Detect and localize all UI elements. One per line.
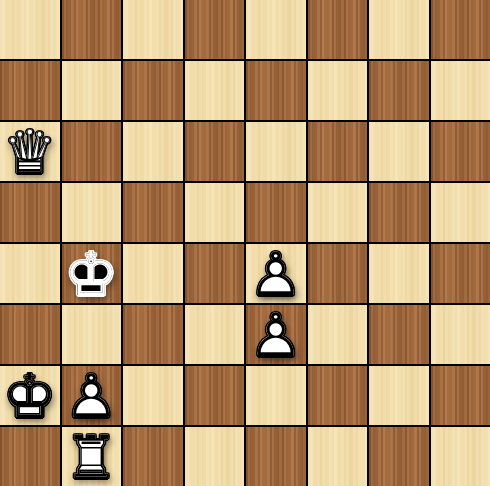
square-f7[interactable]: [308, 61, 368, 120]
square-b8[interactable]: [62, 0, 122, 59]
white-rook[interactable]: ♜♖: [62, 427, 122, 486]
square-d6[interactable]: [185, 122, 245, 181]
square-g4[interactable]: [369, 244, 429, 303]
square-f6[interactable]: [308, 122, 368, 181]
white-rook-glyph-outline: ♖: [62, 427, 122, 486]
white-queen-glyph-outline: ♕: [0, 122, 60, 181]
square-a7[interactable]: [0, 61, 60, 120]
square-d8[interactable]: [185, 0, 245, 59]
square-h4[interactable]: [431, 244, 490, 303]
square-e1[interactable]: [246, 427, 306, 486]
square-g2[interactable]: [369, 366, 429, 425]
white-queen[interactable]: ♛♕: [0, 122, 60, 181]
square-f8[interactable]: [308, 0, 368, 59]
square-d4[interactable]: [185, 244, 245, 303]
square-f1[interactable]: [308, 427, 368, 486]
square-c1[interactable]: [123, 427, 183, 486]
square-b3[interactable]: [62, 305, 122, 364]
square-d3[interactable]: [185, 305, 245, 364]
square-c2[interactable]: [123, 366, 183, 425]
square-a5[interactable]: [0, 183, 60, 242]
white-pawn[interactable]: ♟♙: [62, 366, 122, 425]
square-c7[interactable]: [123, 61, 183, 120]
square-e3[interactable]: ♟♙: [246, 305, 306, 364]
square-e4[interactable]: ♟♙: [246, 244, 306, 303]
white-king[interactable]: ♚♔: [0, 366, 60, 425]
square-h3[interactable]: [431, 305, 490, 364]
square-c8[interactable]: [123, 0, 183, 59]
square-h7[interactable]: [431, 61, 490, 120]
square-b7[interactable]: [62, 61, 122, 120]
square-e7[interactable]: [246, 61, 306, 120]
square-e8[interactable]: [246, 0, 306, 59]
square-d2[interactable]: [185, 366, 245, 425]
square-e2[interactable]: [246, 366, 306, 425]
square-d7[interactable]: [185, 61, 245, 120]
square-b6[interactable]: [62, 122, 122, 181]
square-f3[interactable]: [308, 305, 368, 364]
square-c3[interactable]: [123, 305, 183, 364]
square-e5[interactable]: [246, 183, 306, 242]
black-king-glyph-outline: ♔: [62, 244, 122, 303]
square-h1[interactable]: [431, 427, 490, 486]
square-h5[interactable]: [431, 183, 490, 242]
square-c6[interactable]: [123, 122, 183, 181]
white-pawn-glyph-outline: ♙: [246, 305, 306, 364]
square-f2[interactable]: [308, 366, 368, 425]
square-b2[interactable]: ♟♙: [62, 366, 122, 425]
square-d5[interactable]: [185, 183, 245, 242]
white-king-glyph-outline: ♔: [0, 366, 60, 425]
white-pawn-glyph-outline: ♙: [62, 366, 122, 425]
square-c5[interactable]: [123, 183, 183, 242]
square-a8[interactable]: [0, 0, 60, 59]
square-a1[interactable]: [0, 427, 60, 486]
white-pawn[interactable]: ♟♙: [246, 305, 306, 364]
chess-board: ♛♕♚♔♟♙♟♙♚♔♟♙♜♖: [0, 0, 490, 486]
square-g5[interactable]: [369, 183, 429, 242]
white-pawn[interactable]: ♟♙: [246, 244, 306, 303]
square-b5[interactable]: [62, 183, 122, 242]
square-a2[interactable]: ♚♔: [0, 366, 60, 425]
square-b4[interactable]: ♚♔: [62, 244, 122, 303]
square-a4[interactable]: [0, 244, 60, 303]
square-g7[interactable]: [369, 61, 429, 120]
square-e6[interactable]: [246, 122, 306, 181]
square-h8[interactable]: [431, 0, 490, 59]
square-g3[interactable]: [369, 305, 429, 364]
square-a3[interactable]: [0, 305, 60, 364]
square-f5[interactable]: [308, 183, 368, 242]
square-c4[interactable]: [123, 244, 183, 303]
square-g6[interactable]: [369, 122, 429, 181]
square-d1[interactable]: [185, 427, 245, 486]
square-h6[interactable]: [431, 122, 490, 181]
square-a6[interactable]: ♛♕: [0, 122, 60, 181]
square-h2[interactable]: [431, 366, 490, 425]
square-b1[interactable]: ♜♖: [62, 427, 122, 486]
black-king[interactable]: ♚♔: [62, 244, 122, 303]
white-pawn-glyph-outline: ♙: [246, 244, 306, 303]
square-g8[interactable]: [369, 0, 429, 59]
square-g1[interactable]: [369, 427, 429, 486]
square-f4[interactable]: [308, 244, 368, 303]
